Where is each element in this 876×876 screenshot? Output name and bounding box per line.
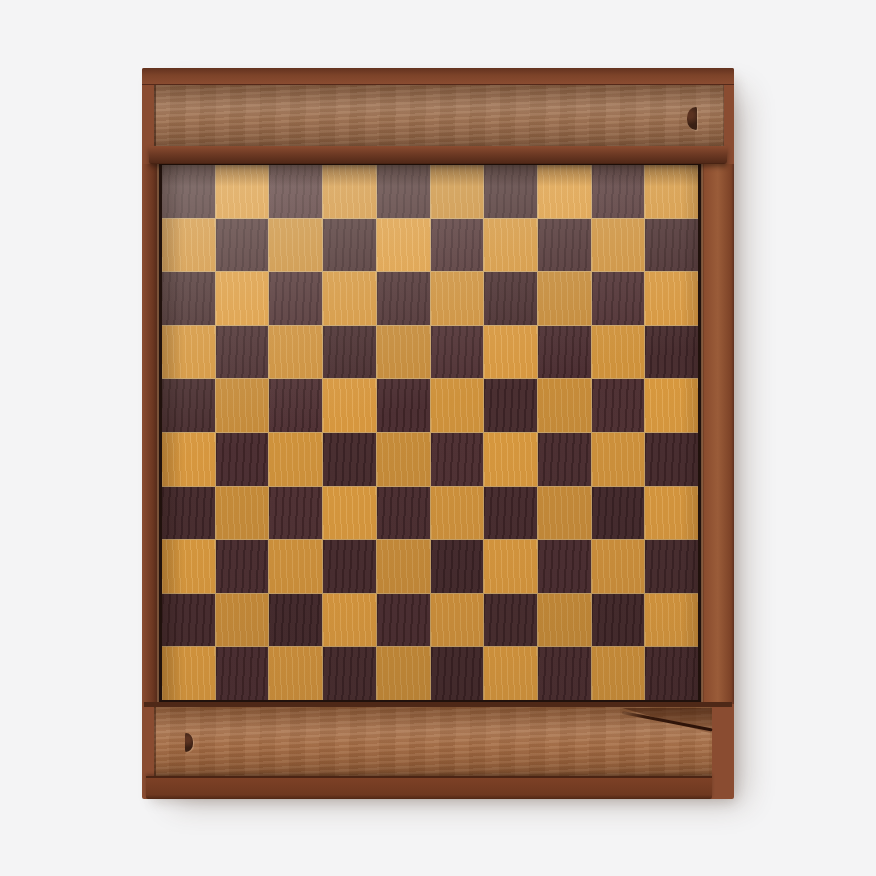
board-square[interactable]: [216, 433, 269, 486]
wooden-draughts-board: [142, 68, 734, 799]
board-square[interactable]: [592, 379, 645, 432]
board-square[interactable]: [269, 647, 322, 700]
board-square[interactable]: [484, 487, 537, 540]
board-square[interactable]: [377, 219, 430, 272]
frame-bottom-panel: [154, 707, 712, 776]
top-right-peg: [687, 107, 697, 130]
board-square[interactable]: [645, 647, 698, 700]
board-square[interactable]: [538, 165, 591, 218]
board-square[interactable]: [592, 326, 645, 379]
board-square[interactable]: [538, 487, 591, 540]
board-square[interactable]: [269, 165, 322, 218]
board-square[interactable]: [216, 326, 269, 379]
board-square[interactable]: [431, 433, 484, 486]
board-square[interactable]: [216, 647, 269, 700]
board-square[interactable]: [431, 165, 484, 218]
board-square[interactable]: [162, 647, 215, 700]
board-square[interactable]: [162, 379, 215, 432]
board-square[interactable]: [645, 165, 698, 218]
board-square[interactable]: [323, 487, 376, 540]
board-square[interactable]: [484, 379, 537, 432]
board-square[interactable]: [645, 594, 698, 647]
board-square[interactable]: [645, 379, 698, 432]
board-square[interactable]: [538, 540, 591, 593]
board-square[interactable]: [592, 272, 645, 325]
board-square[interactable]: [377, 433, 430, 486]
board-square[interactable]: [162, 326, 215, 379]
board-square[interactable]: [645, 272, 698, 325]
frame-top-panel: [154, 85, 724, 148]
board-square[interactable]: [484, 647, 537, 700]
board-square[interactable]: [216, 379, 269, 432]
product-photo: [0, 0, 876, 876]
board-square[interactable]: [592, 594, 645, 647]
board-square[interactable]: [162, 433, 215, 486]
frame-top-edge: [142, 68, 734, 85]
board-square[interactable]: [538, 219, 591, 272]
board-square[interactable]: [269, 379, 322, 432]
board-square[interactable]: [645, 326, 698, 379]
board-square[interactable]: [162, 219, 215, 272]
board-square[interactable]: [592, 433, 645, 486]
board-square[interactable]: [538, 647, 591, 700]
frame-bottom-edge: [146, 776, 712, 799]
board-square[interactable]: [645, 487, 698, 540]
board-square[interactable]: [538, 326, 591, 379]
bottom-left-peg: [185, 733, 193, 752]
board-square[interactable]: [162, 487, 215, 540]
board-square[interactable]: [431, 326, 484, 379]
board-square[interactable]: [323, 433, 376, 486]
board-square[interactable]: [323, 540, 376, 593]
board-square[interactable]: [216, 165, 269, 218]
board-square[interactable]: [269, 219, 322, 272]
board-square[interactable]: [377, 647, 430, 700]
board-square[interactable]: [592, 647, 645, 700]
board-square[interactable]: [162, 540, 215, 593]
board-square[interactable]: [216, 540, 269, 593]
board-square[interactable]: [431, 219, 484, 272]
board-square[interactable]: [216, 594, 269, 647]
board-square[interactable]: [484, 594, 537, 647]
board-square[interactable]: [269, 272, 322, 325]
board-square[interactable]: [484, 326, 537, 379]
board-square[interactable]: [323, 379, 376, 432]
board-square[interactable]: [323, 647, 376, 700]
board-square[interactable]: [431, 594, 484, 647]
draughts-board: [162, 165, 698, 700]
board-square[interactable]: [484, 540, 537, 593]
board-square[interactable]: [431, 647, 484, 700]
board-square[interactable]: [377, 540, 430, 593]
board-square[interactable]: [162, 594, 215, 647]
board-square[interactable]: [216, 272, 269, 325]
board-square[interactable]: [592, 540, 645, 593]
board-square[interactable]: [431, 379, 484, 432]
board-square[interactable]: [431, 272, 484, 325]
board-square[interactable]: [377, 594, 430, 647]
board-square[interactable]: [538, 433, 591, 486]
board-square[interactable]: [269, 433, 322, 486]
board-square[interactable]: [538, 594, 591, 647]
top-rail: [149, 146, 727, 164]
board-square[interactable]: [484, 165, 537, 218]
board-square[interactable]: [377, 272, 430, 325]
board-square[interactable]: [645, 433, 698, 486]
board-square[interactable]: [269, 594, 322, 647]
board-square[interactable]: [216, 487, 269, 540]
board-square[interactable]: [377, 326, 430, 379]
board-square[interactable]: [377, 165, 430, 218]
board-square[interactable]: [377, 379, 430, 432]
board-square[interactable]: [431, 540, 484, 593]
frame-right-side: [698, 164, 734, 704]
board-square[interactable]: [538, 379, 591, 432]
board-square[interactable]: [269, 326, 322, 379]
board-square[interactable]: [377, 487, 430, 540]
board-square[interactable]: [269, 487, 322, 540]
board-square[interactable]: [269, 540, 322, 593]
board-square[interactable]: [323, 219, 376, 272]
board-square[interactable]: [484, 219, 537, 272]
board-square[interactable]: [162, 272, 215, 325]
board-square[interactable]: [323, 272, 376, 325]
board-square[interactable]: [431, 487, 484, 540]
board-square[interactable]: [592, 219, 645, 272]
board-square[interactable]: [323, 594, 376, 647]
board-square[interactable]: [323, 165, 376, 218]
board-square[interactable]: [323, 326, 376, 379]
board-square[interactable]: [216, 219, 269, 272]
board-square[interactable]: [645, 219, 698, 272]
board-square[interactable]: [538, 272, 591, 325]
board-square[interactable]: [162, 165, 215, 218]
board-square[interactable]: [484, 433, 537, 486]
board-square[interactable]: [592, 165, 645, 218]
board-square[interactable]: [645, 540, 698, 593]
board-well: [159, 162, 701, 703]
board-square[interactable]: [592, 487, 645, 540]
board-square[interactable]: [484, 272, 537, 325]
